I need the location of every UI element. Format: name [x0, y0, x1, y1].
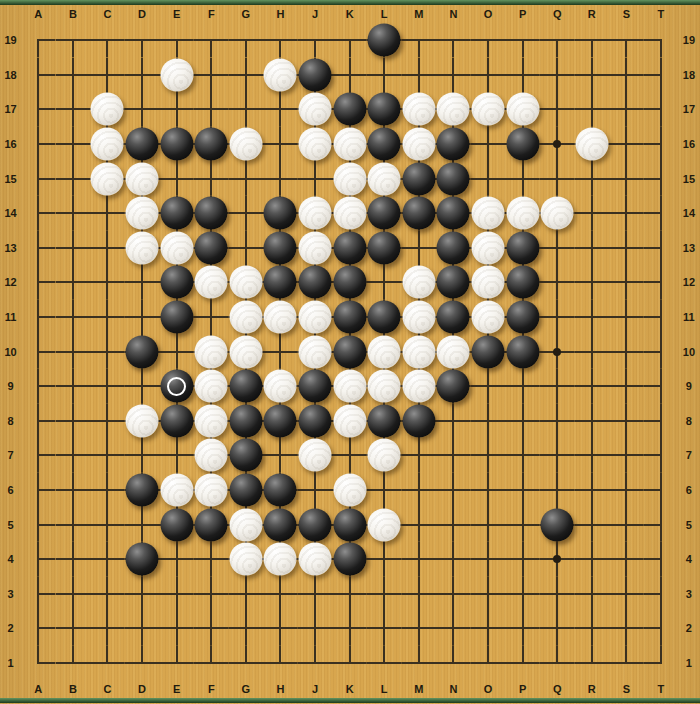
- intersection-O10[interactable]: [471, 334, 506, 369]
- intersection-O17[interactable]: [471, 92, 506, 127]
- intersection-A1[interactable]: [21, 646, 56, 681]
- intersection-A18[interactable]: [21, 58, 56, 93]
- intersection-H19[interactable]: [263, 23, 298, 58]
- intersection-O13[interactable]: [471, 231, 506, 266]
- intersection-T2[interactable]: [644, 611, 679, 646]
- intersection-R6[interactable]: [575, 473, 610, 508]
- intersection-H9[interactable]: [263, 369, 298, 404]
- intersection-P17[interactable]: [505, 92, 540, 127]
- intersection-P6[interactable]: [505, 473, 540, 508]
- intersection-L9[interactable]: [367, 369, 402, 404]
- intersection-A5[interactable]: [21, 507, 56, 542]
- intersection-Q16[interactable]: [540, 127, 575, 162]
- intersection-A19[interactable]: [21, 23, 56, 58]
- intersection-A4[interactable]: [21, 542, 56, 577]
- intersection-T11[interactable]: [644, 300, 679, 335]
- intersection-K15[interactable]: [332, 161, 367, 196]
- intersection-S19[interactable]: [609, 23, 644, 58]
- intersection-G12[interactable]: [229, 265, 264, 300]
- intersection-Q17[interactable]: [540, 92, 575, 127]
- intersection-H5[interactable]: [263, 507, 298, 542]
- intersection-O3[interactable]: [471, 577, 506, 612]
- intersection-Q15[interactable]: [540, 161, 575, 196]
- intersection-J8[interactable]: [298, 404, 333, 439]
- intersection-D9[interactable]: [125, 369, 160, 404]
- intersection-H18[interactable]: [263, 58, 298, 93]
- intersection-F19[interactable]: [194, 23, 229, 58]
- intersection-B18[interactable]: [56, 58, 91, 93]
- intersection-O1[interactable]: [471, 646, 506, 681]
- intersection-P10[interactable]: [505, 334, 540, 369]
- intersection-M18[interactable]: [402, 58, 437, 93]
- intersection-D16[interactable]: [125, 127, 160, 162]
- intersection-H16[interactable]: [263, 127, 298, 162]
- intersection-C6[interactable]: [90, 473, 125, 508]
- intersection-L16[interactable]: [367, 127, 402, 162]
- intersection-E1[interactable]: [159, 646, 194, 681]
- intersection-R14[interactable]: [575, 196, 610, 231]
- intersection-K6[interactable]: [332, 473, 367, 508]
- intersection-Q6[interactable]: [540, 473, 575, 508]
- intersection-J10[interactable]: [298, 334, 333, 369]
- intersection-M2[interactable]: [402, 611, 437, 646]
- intersection-M17[interactable]: [402, 92, 437, 127]
- intersection-R12[interactable]: [575, 265, 610, 300]
- intersection-R18[interactable]: [575, 58, 610, 93]
- intersection-O14[interactable]: [471, 196, 506, 231]
- intersection-G1[interactable]: [229, 646, 264, 681]
- intersection-C8[interactable]: [90, 404, 125, 439]
- intersection-E6[interactable]: [159, 473, 194, 508]
- intersection-L8[interactable]: [367, 404, 402, 439]
- intersection-Q1[interactable]: [540, 646, 575, 681]
- intersection-K13[interactable]: [332, 231, 367, 266]
- intersection-D18[interactable]: [125, 58, 160, 93]
- intersection-B3[interactable]: [56, 577, 91, 612]
- intersection-H15[interactable]: [263, 161, 298, 196]
- intersection-D17[interactable]: [125, 92, 160, 127]
- intersection-D6[interactable]: [125, 473, 160, 508]
- intersection-M3[interactable]: [402, 577, 437, 612]
- intersection-H11[interactable]: [263, 300, 298, 335]
- intersection-D14[interactable]: [125, 196, 160, 231]
- intersection-H10[interactable]: [263, 334, 298, 369]
- intersection-S11[interactable]: [609, 300, 644, 335]
- intersection-P16[interactable]: [505, 127, 540, 162]
- intersection-F14[interactable]: [194, 196, 229, 231]
- intersection-C3[interactable]: [90, 577, 125, 612]
- intersection-L14[interactable]: [367, 196, 402, 231]
- intersection-Q5[interactable]: [540, 507, 575, 542]
- intersection-Q7[interactable]: [540, 438, 575, 473]
- intersection-S13[interactable]: [609, 231, 644, 266]
- intersection-D1[interactable]: [125, 646, 160, 681]
- intersection-J19[interactable]: [298, 23, 333, 58]
- intersection-F1[interactable]: [194, 646, 229, 681]
- intersection-S10[interactable]: [609, 334, 644, 369]
- intersection-S8[interactable]: [609, 404, 644, 439]
- intersection-D8[interactable]: [125, 404, 160, 439]
- intersection-O4[interactable]: [471, 542, 506, 577]
- intersection-N13[interactable]: [436, 231, 471, 266]
- intersection-H3[interactable]: [263, 577, 298, 612]
- intersection-H6[interactable]: [263, 473, 298, 508]
- intersection-J12[interactable]: [298, 265, 333, 300]
- intersection-S1[interactable]: [609, 646, 644, 681]
- intersection-F7[interactable]: [194, 438, 229, 473]
- intersection-B16[interactable]: [56, 127, 91, 162]
- intersection-B8[interactable]: [56, 404, 91, 439]
- intersection-Q9[interactable]: [540, 369, 575, 404]
- intersection-Q14[interactable]: [540, 196, 575, 231]
- intersection-S3[interactable]: [609, 577, 644, 612]
- intersection-J5[interactable]: [298, 507, 333, 542]
- intersection-T9[interactable]: [644, 369, 679, 404]
- intersection-N4[interactable]: [436, 542, 471, 577]
- intersection-K7[interactable]: [332, 438, 367, 473]
- intersection-T17[interactable]: [644, 92, 679, 127]
- intersection-O5[interactable]: [471, 507, 506, 542]
- intersection-N11[interactable]: [436, 300, 471, 335]
- intersection-B2[interactable]: [56, 611, 91, 646]
- intersection-N9[interactable]: [436, 369, 471, 404]
- intersection-K9[interactable]: [332, 369, 367, 404]
- intersection-K16[interactable]: [332, 127, 367, 162]
- intersection-N10[interactable]: [436, 334, 471, 369]
- intersection-A12[interactable]: [21, 265, 56, 300]
- intersection-M1[interactable]: [402, 646, 437, 681]
- intersection-P14[interactable]: [505, 196, 540, 231]
- intersection-G9[interactable]: [229, 369, 264, 404]
- intersection-C17[interactable]: [90, 92, 125, 127]
- intersection-C9[interactable]: [90, 369, 125, 404]
- intersection-N1[interactable]: [436, 646, 471, 681]
- intersection-K11[interactable]: [332, 300, 367, 335]
- intersection-C11[interactable]: [90, 300, 125, 335]
- intersection-C7[interactable]: [90, 438, 125, 473]
- intersection-A10[interactable]: [21, 334, 56, 369]
- intersection-F8[interactable]: [194, 404, 229, 439]
- intersection-Q2[interactable]: [540, 611, 575, 646]
- intersection-A11[interactable]: [21, 300, 56, 335]
- intersection-L17[interactable]: [367, 92, 402, 127]
- intersection-H7[interactable]: [263, 438, 298, 473]
- intersection-A16[interactable]: [21, 127, 56, 162]
- intersection-S6[interactable]: [609, 473, 644, 508]
- intersection-G4[interactable]: [229, 542, 264, 577]
- intersection-M5[interactable]: [402, 507, 437, 542]
- intersection-B4[interactable]: [56, 542, 91, 577]
- intersection-O19[interactable]: [471, 23, 506, 58]
- intersection-G19[interactable]: [229, 23, 264, 58]
- intersection-C5[interactable]: [90, 507, 125, 542]
- intersection-F2[interactable]: [194, 611, 229, 646]
- intersection-G18[interactable]: [229, 58, 264, 93]
- intersection-R2[interactable]: [575, 611, 610, 646]
- intersection-G14[interactable]: [229, 196, 264, 231]
- intersection-E7[interactable]: [159, 438, 194, 473]
- intersection-E3[interactable]: [159, 577, 194, 612]
- intersection-E14[interactable]: [159, 196, 194, 231]
- intersection-J18[interactable]: [298, 58, 333, 93]
- intersection-B12[interactable]: [56, 265, 91, 300]
- intersection-G16[interactable]: [229, 127, 264, 162]
- intersection-T6[interactable]: [644, 473, 679, 508]
- intersection-T10[interactable]: [644, 334, 679, 369]
- intersection-T5[interactable]: [644, 507, 679, 542]
- intersection-M9[interactable]: [402, 369, 437, 404]
- intersection-C19[interactable]: [90, 23, 125, 58]
- intersection-P13[interactable]: [505, 231, 540, 266]
- intersection-H17[interactable]: [263, 92, 298, 127]
- intersection-L18[interactable]: [367, 58, 402, 93]
- intersection-L10[interactable]: [367, 334, 402, 369]
- intersection-F11[interactable]: [194, 300, 229, 335]
- intersection-M16[interactable]: [402, 127, 437, 162]
- intersection-E8[interactable]: [159, 404, 194, 439]
- intersection-H4[interactable]: [263, 542, 298, 577]
- intersection-N17[interactable]: [436, 92, 471, 127]
- intersection-P2[interactable]: [505, 611, 540, 646]
- intersection-B9[interactable]: [56, 369, 91, 404]
- intersection-J9[interactable]: [298, 369, 333, 404]
- intersection-N14[interactable]: [436, 196, 471, 231]
- intersection-T13[interactable]: [644, 231, 679, 266]
- intersection-T18[interactable]: [644, 58, 679, 93]
- intersection-J3[interactable]: [298, 577, 333, 612]
- intersection-F6[interactable]: [194, 473, 229, 508]
- intersection-P4[interactable]: [505, 542, 540, 577]
- intersection-O11[interactable]: [471, 300, 506, 335]
- intersection-L5[interactable]: [367, 507, 402, 542]
- intersection-G8[interactable]: [229, 404, 264, 439]
- intersection-G15[interactable]: [229, 161, 264, 196]
- intersection-J14[interactable]: [298, 196, 333, 231]
- intersection-G17[interactable]: [229, 92, 264, 127]
- intersection-D19[interactable]: [125, 23, 160, 58]
- intersection-Q8[interactable]: [540, 404, 575, 439]
- intersection-P5[interactable]: [505, 507, 540, 542]
- intersection-G3[interactable]: [229, 577, 264, 612]
- intersection-H12[interactable]: [263, 265, 298, 300]
- intersection-L7[interactable]: [367, 438, 402, 473]
- intersection-G10[interactable]: [229, 334, 264, 369]
- intersection-F9[interactable]: [194, 369, 229, 404]
- intersection-E13[interactable]: [159, 231, 194, 266]
- intersection-S15[interactable]: [609, 161, 644, 196]
- intersection-P9[interactable]: [505, 369, 540, 404]
- intersection-C16[interactable]: [90, 127, 125, 162]
- intersection-T16[interactable]: [644, 127, 679, 162]
- intersection-B10[interactable]: [56, 334, 91, 369]
- intersection-O15[interactable]: [471, 161, 506, 196]
- intersection-M10[interactable]: [402, 334, 437, 369]
- intersection-E2[interactable]: [159, 611, 194, 646]
- intersection-M11[interactable]: [402, 300, 437, 335]
- intersection-D3[interactable]: [125, 577, 160, 612]
- intersection-E5[interactable]: [159, 507, 194, 542]
- intersection-Q19[interactable]: [540, 23, 575, 58]
- intersection-L4[interactable]: [367, 542, 402, 577]
- intersection-G2[interactable]: [229, 611, 264, 646]
- intersection-N12[interactable]: [436, 265, 471, 300]
- intersection-L2[interactable]: [367, 611, 402, 646]
- intersection-A9[interactable]: [21, 369, 56, 404]
- intersection-C10[interactable]: [90, 334, 125, 369]
- intersection-D4[interactable]: [125, 542, 160, 577]
- intersection-R10[interactable]: [575, 334, 610, 369]
- intersection-Q10[interactable]: [540, 334, 575, 369]
- intersection-A2[interactable]: [21, 611, 56, 646]
- intersection-G7[interactable]: [229, 438, 264, 473]
- intersection-O7[interactable]: [471, 438, 506, 473]
- intersection-B13[interactable]: [56, 231, 91, 266]
- intersection-N15[interactable]: [436, 161, 471, 196]
- intersection-J7[interactable]: [298, 438, 333, 473]
- intersection-A6[interactable]: [21, 473, 56, 508]
- intersection-B1[interactable]: [56, 646, 91, 681]
- intersection-F17[interactable]: [194, 92, 229, 127]
- intersection-E15[interactable]: [159, 161, 194, 196]
- intersection-N8[interactable]: [436, 404, 471, 439]
- intersection-H8[interactable]: [263, 404, 298, 439]
- intersection-F12[interactable]: [194, 265, 229, 300]
- intersection-L11[interactable]: [367, 300, 402, 335]
- intersection-S5[interactable]: [609, 507, 644, 542]
- intersection-B11[interactable]: [56, 300, 91, 335]
- intersection-R11[interactable]: [575, 300, 610, 335]
- intersection-C15[interactable]: [90, 161, 125, 196]
- intersection-P1[interactable]: [505, 646, 540, 681]
- intersection-Q4[interactable]: [540, 542, 575, 577]
- intersection-Q13[interactable]: [540, 231, 575, 266]
- intersection-B15[interactable]: [56, 161, 91, 196]
- intersection-G5[interactable]: [229, 507, 264, 542]
- intersection-E18[interactable]: [159, 58, 194, 93]
- intersection-M7[interactable]: [402, 438, 437, 473]
- intersection-J17[interactable]: [298, 92, 333, 127]
- intersection-L13[interactable]: [367, 231, 402, 266]
- intersection-S12[interactable]: [609, 265, 644, 300]
- intersection-G11[interactable]: [229, 300, 264, 335]
- intersection-R4[interactable]: [575, 542, 610, 577]
- intersection-H1[interactable]: [263, 646, 298, 681]
- intersection-R16[interactable]: [575, 127, 610, 162]
- intersection-F16[interactable]: [194, 127, 229, 162]
- intersection-H13[interactable]: [263, 231, 298, 266]
- intersection-R5[interactable]: [575, 507, 610, 542]
- intersection-F15[interactable]: [194, 161, 229, 196]
- intersection-S17[interactable]: [609, 92, 644, 127]
- intersection-R17[interactable]: [575, 92, 610, 127]
- intersection-H2[interactable]: [263, 611, 298, 646]
- intersection-N7[interactable]: [436, 438, 471, 473]
- intersection-K18[interactable]: [332, 58, 367, 93]
- intersection-C1[interactable]: [90, 646, 125, 681]
- intersection-C13[interactable]: [90, 231, 125, 266]
- intersection-E9[interactable]: [159, 369, 194, 404]
- intersection-J15[interactable]: [298, 161, 333, 196]
- intersection-D2[interactable]: [125, 611, 160, 646]
- intersection-L3[interactable]: [367, 577, 402, 612]
- intersection-D11[interactable]: [125, 300, 160, 335]
- intersection-M19[interactable]: [402, 23, 437, 58]
- intersection-D10[interactable]: [125, 334, 160, 369]
- intersection-T3[interactable]: [644, 577, 679, 612]
- intersection-A15[interactable]: [21, 161, 56, 196]
- intersection-P3[interactable]: [505, 577, 540, 612]
- intersection-N6[interactable]: [436, 473, 471, 508]
- intersection-A7[interactable]: [21, 438, 56, 473]
- intersection-J16[interactable]: [298, 127, 333, 162]
- intersection-T15[interactable]: [644, 161, 679, 196]
- intersection-Q18[interactable]: [540, 58, 575, 93]
- intersection-T14[interactable]: [644, 196, 679, 231]
- intersection-K3[interactable]: [332, 577, 367, 612]
- intersection-K14[interactable]: [332, 196, 367, 231]
- intersection-L12[interactable]: [367, 265, 402, 300]
- intersection-P11[interactable]: [505, 300, 540, 335]
- intersection-E17[interactable]: [159, 92, 194, 127]
- intersection-C18[interactable]: [90, 58, 125, 93]
- intersection-K5[interactable]: [332, 507, 367, 542]
- intersection-D5[interactable]: [125, 507, 160, 542]
- intersection-O16[interactable]: [471, 127, 506, 162]
- intersection-K17[interactable]: [332, 92, 367, 127]
- intersection-N16[interactable]: [436, 127, 471, 162]
- intersection-O18[interactable]: [471, 58, 506, 93]
- intersection-J1[interactable]: [298, 646, 333, 681]
- intersection-P19[interactable]: [505, 23, 540, 58]
- intersection-B6[interactable]: [56, 473, 91, 508]
- intersection-K19[interactable]: [332, 23, 367, 58]
- intersection-B5[interactable]: [56, 507, 91, 542]
- intersection-E11[interactable]: [159, 300, 194, 335]
- intersection-G13[interactable]: [229, 231, 264, 266]
- intersection-E10[interactable]: [159, 334, 194, 369]
- intersection-C2[interactable]: [90, 611, 125, 646]
- intersection-S14[interactable]: [609, 196, 644, 231]
- intersection-S16[interactable]: [609, 127, 644, 162]
- intersection-F13[interactable]: [194, 231, 229, 266]
- intersection-K10[interactable]: [332, 334, 367, 369]
- intersection-A3[interactable]: [21, 577, 56, 612]
- intersection-S2[interactable]: [609, 611, 644, 646]
- intersection-N19[interactable]: [436, 23, 471, 58]
- intersection-R15[interactable]: [575, 161, 610, 196]
- intersection-S18[interactable]: [609, 58, 644, 93]
- intersection-O2[interactable]: [471, 611, 506, 646]
- intersection-K8[interactable]: [332, 404, 367, 439]
- intersection-S7[interactable]: [609, 438, 644, 473]
- intersection-P8[interactable]: [505, 404, 540, 439]
- intersection-M13[interactable]: [402, 231, 437, 266]
- intersection-D7[interactable]: [125, 438, 160, 473]
- intersection-J4[interactable]: [298, 542, 333, 577]
- intersection-Q3[interactable]: [540, 577, 575, 612]
- intersection-E16[interactable]: [159, 127, 194, 162]
- intersection-C14[interactable]: [90, 196, 125, 231]
- intersection-M15[interactable]: [402, 161, 437, 196]
- intersection-G6[interactable]: [229, 473, 264, 508]
- intersection-N5[interactable]: [436, 507, 471, 542]
- intersection-D12[interactable]: [125, 265, 160, 300]
- intersection-F18[interactable]: [194, 58, 229, 93]
- intersection-D13[interactable]: [125, 231, 160, 266]
- intersection-K2[interactable]: [332, 611, 367, 646]
- intersection-E12[interactable]: [159, 265, 194, 300]
- intersection-A17[interactable]: [21, 92, 56, 127]
